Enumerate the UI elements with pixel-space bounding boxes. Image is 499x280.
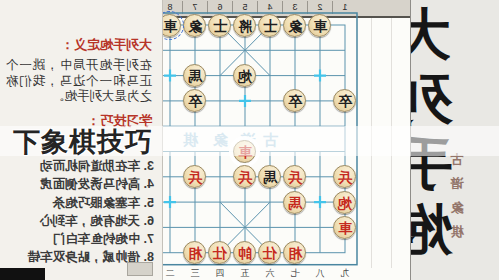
black-象-piece[interactable]: 象 — [284, 14, 307, 37]
file-numeral-label: 七 — [283, 267, 307, 280]
overlay-title: 下象棋技巧 — [0, 124, 166, 160]
red-馬-piece[interactable]: 馬 — [284, 191, 307, 214]
tips-list: 3. 车在肋道伺机而动4. 高钓马诱发侧面虎5. 车塞象眼巧炮杀6. 天地有炮，… — [2, 157, 154, 267]
black-士-piece[interactable]: 士 — [259, 14, 282, 37]
brand-vertical-char: 棋 — [449, 220, 465, 244]
file-numeral-label: 六 — [258, 267, 282, 280]
tip-line: 7. 中炮钓鱼车白门 — [2, 230, 154, 248]
file-numeral-label: 四 — [208, 267, 232, 280]
file-numeral-label: 五 — [233, 267, 257, 280]
red-炮-piece[interactable]: 炮 — [334, 191, 357, 214]
small-vertical-text: 古谱象棋 — [449, 148, 465, 244]
mirrored-layer: 大列手炮 古谱象棋 123456789 古谱象棋 九八七六五四三二一 車象士將士… — [0, 0, 499, 280]
brand-vertical-char: 象 — [449, 196, 465, 220]
definition-heading: 大列手炮定义： — [6, 36, 152, 54]
tip-line: 5. 车塞象眼巧炮杀 — [2, 194, 154, 212]
scrollbar-stub[interactable] — [127, 262, 153, 276]
black-象-piece[interactable]: 象 — [184, 14, 207, 37]
file-numeral-label: 九 — [333, 267, 357, 280]
file-numeral-label: 八 — [308, 267, 332, 280]
black-士-piece[interactable]: 士 — [209, 14, 232, 37]
tip-line: 6. 天地有炮，车到心 — [2, 212, 154, 230]
tip-line: 4. 高钓马诱发侧面虎 — [2, 175, 154, 193]
black-將-piece[interactable]: 將 — [234, 14, 257, 37]
brand-vertical-char: 谱 — [449, 172, 465, 196]
corner-black-bar — [0, 268, 45, 280]
black-車-piece[interactable]: 車 — [309, 14, 332, 37]
definition-paragraph: 在列手炮开局中，跳一个正马和一个边马，我们称之为是大列手炮。 — [6, 58, 152, 105]
file-numeral-label: 三 — [183, 267, 207, 280]
screenshot-root: 大列手炮 古谱象棋 123456789 古谱象棋 九八七六五四三二一 車象士將士… — [0, 0, 499, 280]
